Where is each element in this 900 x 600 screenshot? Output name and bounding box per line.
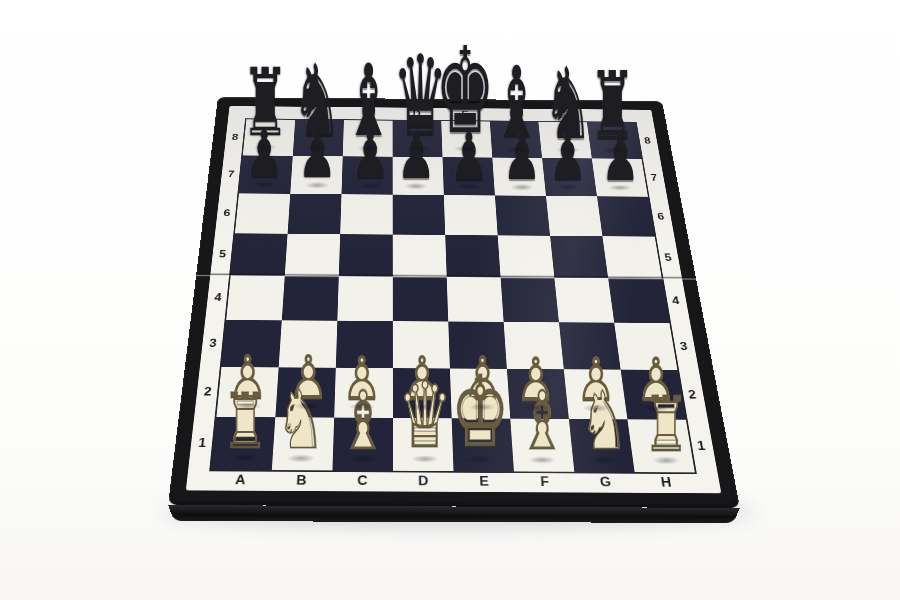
- square-c4[interactable]: [337, 276, 392, 321]
- king-outline-glyph: ♔: [451, 364, 510, 462]
- square-a6[interactable]: [235, 193, 290, 233]
- rank-label-left-8: 8: [231, 132, 239, 141]
- square-g5[interactable]: [550, 236, 608, 278]
- rook-outline-glyph: ♖: [643, 387, 689, 464]
- pawn-glyph: ♟: [397, 124, 436, 189]
- square-d4[interactable]: [393, 277, 448, 322]
- square-d6[interactable]: [393, 195, 446, 235]
- pawn-glyph: ♟: [502, 125, 541, 190]
- piece-black-pawn-f7[interactable]: ♟: [502, 147, 541, 190]
- square-f5[interactable]: [498, 235, 555, 277]
- square-h6[interactable]: [597, 196, 655, 236]
- piece-black-pawn-b7[interactable]: ♟: [298, 145, 337, 188]
- square-b4[interactable]: [282, 276, 339, 321]
- knight-outline-glyph: ♘: [276, 380, 325, 462]
- square-e4[interactable]: [447, 277, 504, 322]
- rank-label-left-2: 2: [203, 385, 212, 398]
- queen-outline-glyph: ♕: [398, 371, 452, 462]
- piece-black-pawn-e7[interactable]: ♟: [450, 146, 489, 189]
- square-g4[interactable]: [554, 278, 614, 323]
- piece-white-king-e1[interactable]: ♚♔: [451, 397, 510, 463]
- pawn-glyph: ♟: [351, 124, 390, 189]
- file-label-bottom-h: H: [660, 475, 673, 489]
- pawn-glyph: ♟: [245, 123, 284, 188]
- piece-white-knight-b1[interactable]: ♞♘: [276, 407, 325, 462]
- square-b6[interactable]: [288, 194, 342, 234]
- rank-label-right-3: 3: [679, 340, 689, 352]
- piece-white-bishop-f1[interactable]: ♝♗: [518, 408, 567, 462]
- photo-scene: AABBCCDDEEFFGGHH8877665544332211 ♜♞♝♛♚♝♞…: [0, 0, 900, 600]
- pawn-glyph: ♟: [298, 123, 337, 188]
- board-side-face: [168, 505, 740, 523]
- piece-black-pawn-h7[interactable]: ♟: [601, 148, 640, 191]
- rank-label-left-1: 1: [198, 436, 208, 450]
- piece-white-knight-g1[interactable]: ♞♘: [580, 409, 629, 463]
- square-f4[interactable]: [501, 277, 559, 322]
- rank-label-right-1: 1: [696, 439, 707, 453]
- file-label-bottom-c: C: [357, 474, 368, 488]
- rank-label-left-3: 3: [209, 337, 218, 349]
- rank-label-right-6: 6: [657, 211, 666, 221]
- piece-white-queen-d1[interactable]: ♛♕: [398, 401, 452, 462]
- square-b5[interactable]: [285, 234, 340, 277]
- rook-outline-glyph: ♖: [222, 384, 268, 461]
- file-label-bottom-d: D: [418, 474, 429, 488]
- file-label-bottom-b: B: [296, 473, 307, 487]
- square-e5[interactable]: [445, 235, 500, 277]
- piece-black-pawn-c7[interactable]: ♟: [351, 145, 390, 188]
- file-label-bottom-g: G: [599, 475, 612, 489]
- piece-white-bishop-c1[interactable]: ♝♗: [338, 407, 387, 462]
- pawn-glyph: ♟: [548, 126, 587, 191]
- square-d5[interactable]: [393, 235, 447, 277]
- bishop-outline-glyph: ♗: [338, 380, 387, 462]
- square-h5[interactable]: [602, 236, 661, 278]
- file-label-bottom-a: A: [235, 473, 247, 487]
- rank-label-right-7: 7: [650, 173, 659, 183]
- rank-label-left-7: 7: [227, 169, 235, 179]
- square-c5[interactable]: [339, 234, 393, 277]
- file-label-bottom-f: F: [540, 475, 550, 489]
- square-g6[interactable]: [546, 196, 602, 236]
- rank-label-left-5: 5: [219, 249, 227, 260]
- rank-label-left-6: 6: [223, 208, 231, 218]
- rank-label-left-4: 4: [214, 292, 223, 304]
- piece-white-rook-h1[interactable]: ♜♖: [643, 412, 689, 463]
- piece-black-pawn-a7[interactable]: ♟: [245, 144, 284, 187]
- square-a5[interactable]: [231, 233, 288, 276]
- piece-black-pawn-d7[interactable]: ♟: [397, 146, 436, 189]
- file-label-bottom-e: E: [479, 474, 490, 488]
- knight-outline-glyph: ♘: [580, 382, 629, 463]
- rank-label-right-5: 5: [664, 252, 673, 263]
- square-a4[interactable]: [226, 275, 285, 320]
- rank-label-right-8: 8: [643, 136, 651, 145]
- pawn-glyph: ♟: [601, 126, 640, 191]
- square-c6[interactable]: [340, 194, 393, 234]
- piece-black-pawn-g7[interactable]: ♟: [548, 147, 587, 190]
- square-f6[interactable]: [495, 195, 550, 235]
- bishop-outline-glyph: ♗: [518, 381, 567, 462]
- piece-white-rook-a1[interactable]: ♜♖: [222, 410, 268, 461]
- square-e6[interactable]: [444, 195, 498, 235]
- square-h4[interactable]: [608, 278, 669, 323]
- rank-label-right-4: 4: [671, 295, 680, 307]
- pawn-glyph: ♟: [450, 125, 489, 190]
